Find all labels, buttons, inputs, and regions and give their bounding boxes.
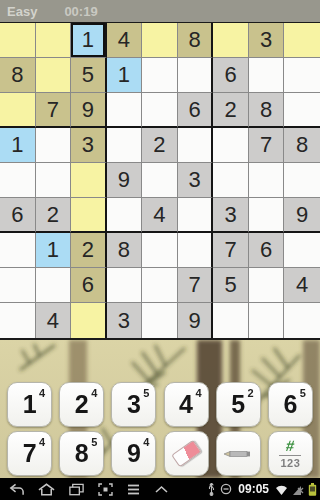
cell-r8c4[interactable] xyxy=(107,268,143,303)
cell-r1c3[interactable]: 1 xyxy=(71,23,107,58)
cell-r2c2[interactable] xyxy=(36,58,72,93)
key-5[interactable]: 52 xyxy=(216,382,261,427)
cell-r3c4[interactable] xyxy=(107,93,143,128)
key-count-badge: 4 xyxy=(39,436,45,448)
back-icon[interactable] xyxy=(8,483,25,496)
cell-r9c9[interactable] xyxy=(284,303,320,338)
cell-r5c8[interactable] xyxy=(249,163,285,198)
hash-glyph: # xyxy=(285,438,295,453)
divider xyxy=(279,455,301,456)
cell-r9c3[interactable] xyxy=(71,303,107,338)
key-count-badge: 4 xyxy=(39,387,45,399)
sudoku-grid: 1483851679628132789362439128766754439 xyxy=(0,22,320,340)
chevron-up-icon[interactable] xyxy=(154,484,169,495)
cell-r3c7[interactable]: 2 xyxy=(213,93,249,128)
cell-r2c6[interactable] xyxy=(178,58,214,93)
cell-r8c7[interactable]: 5 xyxy=(213,268,249,303)
cell-r6c9[interactable]: 9 xyxy=(284,198,320,233)
cell-r5c5[interactable] xyxy=(142,163,178,198)
cell-r7c1[interactable] xyxy=(0,233,36,268)
pencil-button[interactable] xyxy=(216,431,261,476)
cell-r2c8[interactable] xyxy=(249,58,285,93)
key-8[interactable]: 85 xyxy=(59,431,104,476)
cell-r1c8[interactable]: 3 xyxy=(249,23,285,58)
key-2[interactable]: 24 xyxy=(59,382,104,427)
cell-r4c2[interactable] xyxy=(36,128,72,163)
cell-r6c2[interactable]: 2 xyxy=(36,198,72,233)
key-digit: 2 xyxy=(75,392,89,417)
key-digit: 4 xyxy=(179,392,193,417)
key-count-badge: 5 xyxy=(91,436,97,448)
cell-r1c1[interactable] xyxy=(0,23,36,58)
key-digit: 9 xyxy=(127,441,141,466)
eraser-button[interactable] xyxy=(164,431,209,476)
key-digit: 3 xyxy=(127,392,141,417)
key-count-badge: 4 xyxy=(143,436,149,448)
cell-r2c3[interactable]: 5 xyxy=(71,58,107,93)
cell-r7c9[interactable] xyxy=(284,233,320,268)
cell-r4c3[interactable]: 3 xyxy=(71,128,107,163)
sudoku-app: Easy 00:19 14838516796281327893624391287… xyxy=(0,0,320,500)
cell-r4c7[interactable] xyxy=(213,128,249,163)
cell-r3c3[interactable]: 9 xyxy=(71,93,107,128)
key-count-badge: 5 xyxy=(143,387,149,399)
cell-r6c7[interactable]: 3 xyxy=(213,198,249,233)
cell-r5c3[interactable] xyxy=(71,163,107,198)
numbers-glyph: 123 xyxy=(280,458,300,469)
key-digit: 5 xyxy=(231,392,245,417)
cell-r2c9[interactable] xyxy=(284,58,320,93)
cell-r5c2[interactable] xyxy=(36,163,72,198)
cell-r9c5[interactable] xyxy=(142,303,178,338)
cell-r6c1[interactable]: 6 xyxy=(0,198,36,233)
cell-r1c6[interactable]: 8 xyxy=(178,23,214,58)
cell-r1c9[interactable] xyxy=(284,23,320,58)
cell-r6c3[interactable] xyxy=(71,198,107,233)
cell-r8c9[interactable]: 4 xyxy=(284,268,320,303)
cell-r9c6[interactable]: 9 xyxy=(178,303,214,338)
keypad-row-2: 748594#123 xyxy=(0,431,320,476)
cell-r5c1[interactable] xyxy=(0,163,36,198)
cell-r2c7[interactable]: 6 xyxy=(213,58,249,93)
cell-r4c8[interactable]: 7 xyxy=(249,128,285,163)
cell-r3c9[interactable] xyxy=(284,93,320,128)
cell-r7c7[interactable]: 7 xyxy=(213,233,249,268)
cell-r6c5[interactable]: 4 xyxy=(142,198,178,233)
key-4[interactable]: 44 xyxy=(164,382,209,427)
cell-r9c7[interactable] xyxy=(213,303,249,338)
nav-right: 09:05 xyxy=(207,482,317,496)
cell-r5c9[interactable] xyxy=(284,163,320,198)
cell-r6c8[interactable] xyxy=(249,198,285,233)
cell-r1c4[interactable]: 4 xyxy=(107,23,143,58)
timer: 00:19 xyxy=(64,4,97,19)
cell-r8c5[interactable] xyxy=(142,268,178,303)
nav-left xyxy=(8,483,207,496)
cell-r8c2[interactable] xyxy=(36,268,72,303)
key-count-badge: 2 xyxy=(248,387,254,399)
cell-r2c5[interactable] xyxy=(142,58,178,93)
cell-r3c1[interactable] xyxy=(0,93,36,128)
cell-r8c6[interactable]: 7 xyxy=(178,268,214,303)
key-count-badge: 4 xyxy=(195,387,201,399)
cell-r3c8[interactable]: 8 xyxy=(249,93,285,128)
candidates-icon: #123 xyxy=(279,438,301,469)
cell-r7c2[interactable]: 1 xyxy=(36,233,72,268)
key-digit: 6 xyxy=(283,392,297,417)
cell-r4c4[interactable] xyxy=(107,128,143,163)
cell-r9c4[interactable]: 3 xyxy=(107,303,143,338)
cell-r1c7[interactable] xyxy=(213,23,249,58)
key-digit: 1 xyxy=(23,392,37,417)
mute-icon xyxy=(220,483,232,495)
cell-r3c5[interactable] xyxy=(142,93,178,128)
cell-r2c4[interactable]: 1 xyxy=(107,58,143,93)
cell-r3c2[interactable]: 7 xyxy=(36,93,72,128)
cell-r4c9[interactable]: 8 xyxy=(284,128,320,163)
no-signal-icon xyxy=(292,484,304,495)
cell-r1c5[interactable] xyxy=(142,23,178,58)
cell-r6c6[interactable] xyxy=(178,198,214,233)
cell-r7c3[interactable]: 2 xyxy=(71,233,107,268)
screenshot-icon[interactable] xyxy=(98,483,113,496)
cell-r4c1[interactable]: 1 xyxy=(0,128,36,163)
clock: 09:05 xyxy=(238,482,269,496)
recents-icon[interactable] xyxy=(68,483,85,496)
menu-icon[interactable] xyxy=(126,483,141,496)
cell-r5c7[interactable] xyxy=(213,163,249,198)
cell-r7c5[interactable] xyxy=(142,233,178,268)
cell-r1c2[interactable] xyxy=(36,23,72,58)
key-digit: 7 xyxy=(23,441,37,466)
background-photo: 142435445265 748594#123 xyxy=(0,340,320,478)
battery-icon xyxy=(308,483,317,496)
cell-r5c4[interactable]: 9 xyxy=(107,163,143,198)
cell-r8c3[interactable]: 6 xyxy=(71,268,107,303)
cell-r6c4[interactable] xyxy=(107,198,143,233)
android-nav-bar: 09:05 xyxy=(0,478,320,500)
cell-r9c2[interactable]: 4 xyxy=(36,303,72,338)
cell-r9c8[interactable] xyxy=(249,303,285,338)
cell-r7c8[interactable]: 6 xyxy=(249,233,285,268)
cell-r8c1[interactable] xyxy=(0,268,36,303)
candidates-toggle-button[interactable]: #123 xyxy=(268,431,313,476)
cell-r4c5[interactable]: 2 xyxy=(142,128,178,163)
cell-r9c1[interactable] xyxy=(0,303,36,338)
wifi-icon xyxy=(275,484,288,495)
cell-r7c6[interactable] xyxy=(178,233,214,268)
key-digit: 8 xyxy=(75,441,89,466)
pencil-icon xyxy=(223,449,253,459)
cell-r3c6[interactable]: 6 xyxy=(178,93,214,128)
cell-r5c6[interactable]: 3 xyxy=(178,163,214,198)
key-9[interactable]: 94 xyxy=(111,431,156,476)
cell-r8c8[interactable] xyxy=(249,268,285,303)
keypad-row-1: 142435445265 xyxy=(0,382,320,427)
key-count-badge: 5 xyxy=(300,387,306,399)
usb-icon xyxy=(207,483,216,496)
cell-r4c6[interactable] xyxy=(178,128,214,163)
key-3[interactable]: 35 xyxy=(111,382,156,427)
difficulty-label: Easy xyxy=(7,4,37,19)
top-bar: Easy 00:19 xyxy=(0,0,320,22)
key-7[interactable]: 74 xyxy=(7,431,52,476)
cell-r7c4[interactable]: 8 xyxy=(107,233,143,268)
cell-r2c1[interactable]: 8 xyxy=(0,58,36,93)
key-6[interactable]: 65 xyxy=(268,382,313,427)
eraser-icon xyxy=(171,440,202,468)
home-icon[interactable] xyxy=(38,483,55,496)
key-1[interactable]: 14 xyxy=(7,382,52,427)
key-count-badge: 4 xyxy=(91,387,97,399)
